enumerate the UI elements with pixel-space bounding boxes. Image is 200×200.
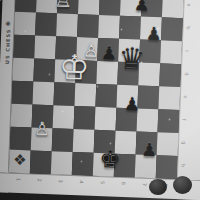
board-square[interactable] bbox=[73, 129, 95, 153]
piece-black-pawn[interactable]: ♟ bbox=[138, 141, 160, 160]
coordinate-label: b bbox=[185, 26, 190, 30]
coordinate-label: 4 bbox=[79, 180, 84, 183]
coordinate-label: d bbox=[184, 72, 189, 76]
coordinate-label: h bbox=[180, 164, 185, 168]
coordinate-label: 1 bbox=[16, 178, 21, 181]
board-area: ◉ US CHESS ♖♟♟♙♟♔♛♟♙♟♚❖12345678abcdefgh bbox=[0, 0, 200, 200]
board-photo: ◉ US CHESS ♖♟♟♙♟♔♛♟♙♟♚❖12345678abcdefgh bbox=[0, 0, 200, 200]
board-square[interactable] bbox=[15, 0, 37, 13]
piece-black-pawn[interactable]: ♟ bbox=[131, 0, 153, 14]
board-square[interactable] bbox=[11, 81, 33, 105]
board-square[interactable] bbox=[78, 0, 100, 15]
piece-black-pawn[interactable]: ♟ bbox=[143, 25, 165, 44]
coordinate-label: 3 bbox=[58, 179, 63, 182]
board-square[interactable] bbox=[30, 150, 52, 174]
board-square[interactable] bbox=[95, 107, 117, 131]
board-square[interactable] bbox=[10, 127, 32, 151]
piece-white-pawn[interactable]: ♙ bbox=[31, 119, 53, 138]
board-square[interactable] bbox=[77, 14, 99, 38]
board-square[interactable] bbox=[35, 13, 57, 37]
piece-black-king[interactable]: ♚ bbox=[99, 147, 121, 172]
board-square[interactable] bbox=[162, 0, 184, 18]
coordinate-label: c bbox=[184, 49, 189, 52]
piece-white-rook[interactable]: ♖ bbox=[52, 0, 74, 11]
us-chess-crest-icon: ❖ bbox=[9, 153, 31, 169]
board-square[interactable] bbox=[160, 40, 182, 64]
coordinate-label: 5 bbox=[100, 181, 105, 184]
board-square[interactable] bbox=[33, 58, 55, 82]
board-square[interactable] bbox=[72, 152, 94, 176]
coordinate-label: g bbox=[181, 141, 186, 145]
dust-specks bbox=[0, 0, 1, 1]
board-square[interactable] bbox=[14, 12, 36, 36]
board-square[interactable] bbox=[158, 86, 180, 110]
board-square[interactable] bbox=[96, 61, 118, 85]
coordinate-label: e bbox=[183, 95, 188, 99]
board-square[interactable] bbox=[56, 13, 78, 37]
coordinate-label: a bbox=[186, 3, 191, 7]
brand: ◉ US CHESS bbox=[0, 20, 15, 64]
board-square[interactable] bbox=[119, 16, 141, 40]
board-square[interactable] bbox=[51, 151, 73, 175]
piece-black-pawn[interactable]: ♟ bbox=[98, 44, 120, 63]
coordinate-label: 7 bbox=[142, 183, 147, 186]
board-square[interactable] bbox=[159, 63, 181, 87]
board-square[interactable] bbox=[13, 35, 35, 59]
board-square[interactable] bbox=[74, 106, 96, 130]
board-square[interactable] bbox=[98, 15, 120, 39]
board-square[interactable] bbox=[95, 84, 117, 108]
coordinate-label: f bbox=[181, 119, 186, 121]
board-square[interactable] bbox=[99, 0, 121, 16]
piece-black-queen[interactable]: ♛ bbox=[118, 44, 140, 75]
piece-black-pawn[interactable]: ♟ bbox=[121, 95, 143, 114]
board-square[interactable] bbox=[11, 104, 33, 128]
board-square[interactable] bbox=[12, 58, 34, 82]
board-square[interactable] bbox=[52, 128, 74, 152]
board-square[interactable] bbox=[34, 36, 56, 60]
us-chess-logo-icon: ◉ bbox=[1, 20, 14, 27]
brand-text: US CHESS bbox=[4, 28, 11, 64]
captured-piece[interactable] bbox=[149, 179, 167, 195]
board-square[interactable] bbox=[157, 109, 179, 133]
board-square[interactable] bbox=[32, 81, 54, 105]
captured-piece[interactable] bbox=[173, 176, 192, 194]
coordinate-label: 6 bbox=[121, 182, 126, 185]
coordinate-label: 2 bbox=[37, 179, 42, 182]
board-square[interactable] bbox=[53, 105, 75, 129]
piece-white-king[interactable]: ♔ bbox=[58, 49, 80, 84]
